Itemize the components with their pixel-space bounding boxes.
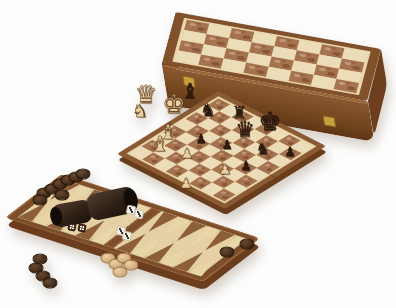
dark-checker[interactable] bbox=[220, 247, 235, 258]
black-king[interactable]: ♚ bbox=[258, 108, 281, 134]
dark-checker[interactable] bbox=[55, 190, 70, 201]
dark-die[interactable] bbox=[67, 222, 76, 231]
brass-latch[interactable] bbox=[323, 115, 337, 127]
white-pawn[interactable]: ♟ bbox=[219, 162, 232, 176]
light-checker[interactable] bbox=[113, 267, 128, 278]
white-knight[interactable]: ♞ bbox=[132, 102, 148, 120]
dark-checker[interactable] bbox=[76, 169, 91, 180]
black-pawn[interactable]: ♟ bbox=[195, 132, 207, 145]
white-bishop[interactable]: ♝ bbox=[151, 134, 170, 155]
black-knight[interactable]: ♞ bbox=[256, 141, 270, 157]
white-pawn[interactable]: ♟ bbox=[180, 176, 193, 190]
black-knight[interactable]: ♞ bbox=[200, 101, 216, 119]
black-pawn[interactable]: ♟ bbox=[240, 159, 252, 172]
dark-checker[interactable] bbox=[43, 278, 58, 289]
dark-die[interactable] bbox=[77, 223, 86, 232]
black-queen[interactable]: ♛ bbox=[235, 119, 255, 141]
product-photo: ♛♞♚♝♝♟♟♟♝♞♜♛♚♟♟♞♟♟ bbox=[0, 0, 396, 308]
black-pawn[interactable]: ♟ bbox=[221, 138, 233, 151]
white-pawn[interactable]: ♟ bbox=[181, 146, 194, 160]
black-pawn[interactable]: ♟ bbox=[284, 145, 296, 158]
white-die[interactable] bbox=[122, 231, 133, 242]
dark-checker[interactable] bbox=[33, 195, 48, 206]
dark-checker[interactable] bbox=[240, 239, 255, 250]
black-bishop[interactable]: ♝ bbox=[181, 81, 200, 102]
white-die[interactable] bbox=[134, 209, 145, 220]
